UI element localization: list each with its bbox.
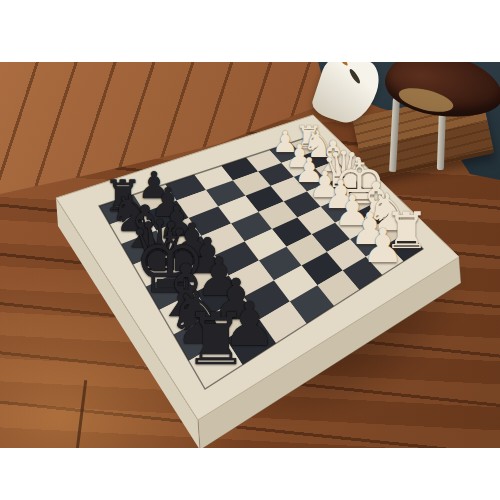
chess-board bbox=[0, 62, 500, 448]
chess-set-photo: ♜♞♝♛♚♝♞♜♟♟♟♟♟♟♟♟♟♟♟♟♟♟♟♟♜♞♝♛♚♝♞♜ bbox=[0, 0, 500, 500]
photograph: ♜♞♝♛♚♝♞♜♟♟♟♟♟♟♟♟♟♟♟♟♟♟♟♟♜♞♝♛♚♝♞♜ bbox=[0, 62, 500, 448]
